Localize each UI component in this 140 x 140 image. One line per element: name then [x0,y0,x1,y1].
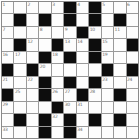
clue-number: 3 [52,2,55,7]
cell-r11c2[interactable] [14,127,25,138]
cell-r10c9[interactable] [102,114,113,125]
clue-number: 32 [52,114,57,119]
cell-r5c9[interactable]: 19 [102,52,113,63]
clue-number: 31 [77,102,82,107]
block-cell-r7c4 [39,77,50,88]
cell-r4c7[interactable]: 14 [77,39,88,50]
cell-r3c4[interactable]: 8 [39,27,50,38]
cell-r8c8[interactable]: 28 [89,89,100,100]
cell-r11c8[interactable] [89,127,100,138]
block-cell-r4c8 [89,39,100,50]
cell-r10c11[interactable] [127,114,138,125]
clue-number: 7 [3,27,6,32]
cell-r10c3[interactable] [27,114,38,125]
cell-r4c10[interactable] [114,39,125,50]
clue-number: 12 [27,39,32,44]
clue-number: 17 [15,52,20,57]
cell-r7c2[interactable] [14,77,25,88]
cell-r11c3[interactable] [27,127,38,138]
cell-r1c10[interactable] [114,2,125,13]
clue-number: 9 [65,27,68,32]
cell-r2c9[interactable] [102,14,113,25]
cell-r5c10[interactable] [114,52,125,63]
cell-r11c5[interactable] [52,127,63,138]
cell-r5c11[interactable] [127,52,138,63]
cell-r1c5[interactable]: 3 [52,2,63,13]
block-cell-r10c2 [14,114,25,125]
cell-r1c9[interactable]: 5 [102,2,113,13]
clue-number: 27 [65,89,70,94]
block-cell-r1c6 [64,2,75,13]
block-cell-r4c11 [127,39,138,50]
clue-number: 29 [3,102,8,107]
cell-r10c1[interactable] [2,114,13,125]
block-cell-r3c7 [77,27,88,38]
clue-number: 30 [65,102,70,107]
clue-number: 11 [115,27,120,32]
cell-r3c2[interactable] [14,27,25,38]
clue-number: 20 [40,64,45,69]
cell-r8c9[interactable] [102,89,113,100]
block-cell-r5c4 [39,52,50,63]
block-cell-r6c3 [27,64,38,75]
cell-r4c4[interactable] [39,39,50,50]
cell-r8c6[interactable]: 27 [64,89,75,100]
cell-r1c4[interactable] [39,2,50,13]
block-cell-r6c9 [102,64,113,75]
block-cell-r4c5 [52,39,63,50]
block-cell-r10c10 [114,114,125,125]
block-cell-r6c11 [127,64,138,75]
clue-number: 14 [77,39,82,44]
clue-number: 8 [40,27,43,32]
cell-r7c7[interactable] [77,77,88,88]
block-cell-r11c4 [39,127,50,138]
cell-r6c7[interactable] [77,64,88,75]
clue-number: 1 [3,2,6,7]
cell-r5c3[interactable] [27,52,38,63]
cell-r7c1[interactable]: 21 [2,77,13,88]
block-cell-r8c7 [77,89,88,100]
block-cell-r1c8 [89,2,100,13]
block-cell-r10c6 [64,114,75,125]
cell-r6c2[interactable] [14,64,25,75]
cell-r8c11[interactable] [127,89,138,100]
cell-r8c3[interactable] [27,89,38,100]
block-cell-r9c5 [52,102,63,113]
block-cell-r4c2 [14,39,25,50]
cell-r5c1[interactable]: 16 [2,52,13,63]
cell-r3c9[interactable] [102,27,113,38]
clue-number: 5 [102,2,105,7]
cell-r9c1[interactable]: 29 [2,102,13,113]
cell-r6c5[interactable] [52,64,63,75]
cell-r3c8[interactable]: 10 [89,27,100,38]
cell-r9c2[interactable] [14,102,25,113]
block-cell-r7c6 [64,77,75,88]
cell-r11c9[interactable] [102,127,113,138]
cell-r1c3[interactable]: 2 [27,2,38,13]
cell-r5c2[interactable]: 17 [14,52,25,63]
clue-number: 25 [15,89,20,94]
clue-number: 10 [90,27,95,32]
cell-r10c7[interactable] [77,114,88,125]
clue-number: 28 [90,89,95,94]
cell-r3c10[interactable]: 11 [114,27,125,38]
cell-r7c3[interactable]: 22 [27,77,38,88]
block-cell-r5c6 [64,52,75,63]
cell-r7c11[interactable]: 24 [127,77,138,88]
cell-r9c6[interactable]: 30 [64,102,75,113]
block-cell-r10c4 [39,114,50,125]
cell-r11c7[interactable]: 34 [77,127,88,138]
cell-r9c8[interactable] [89,102,100,113]
block-cell-r6c1 [2,64,13,75]
cell-r11c11[interactable] [127,127,138,138]
cell-r1c1[interactable]: 1 [2,2,13,13]
cell-r4c6[interactable]: 13 [64,39,75,50]
cell-r3c11[interactable] [127,27,138,38]
clue-number: 26 [52,89,57,94]
clue-number: 6 [127,2,130,7]
cell-r9c9[interactable] [102,102,113,113]
cell-r6c6[interactable] [64,64,75,75]
clue-number: 34 [77,127,82,132]
clue-number: 2 [27,2,30,7]
cell-r3c3[interactable] [27,27,38,38]
cell-r7c10[interactable] [114,77,125,88]
clue-number: 13 [65,39,70,44]
clue-number: 16 [3,52,8,57]
cell-r2c1[interactable] [2,14,13,25]
cell-r3c5[interactable] [52,27,63,38]
block-cell-r8c4 [39,89,50,100]
cell-r7c9[interactable]: 23 [102,77,113,88]
clue-number: 22 [27,77,32,82]
cell-r2c11[interactable] [127,14,138,25]
cell-r4c9[interactable]: 15 [102,39,113,50]
block-cell-r8c1 [2,89,13,100]
block-cell-r2c6 [64,14,75,25]
cell-r2c3[interactable] [27,14,38,25]
cell-r3c1[interactable]: 7 [2,27,13,38]
clue-number: 4 [77,2,80,7]
cell-r1c7[interactable]: 4 [77,2,88,13]
clue-number: 33 [3,127,8,132]
block-cell-r11c6 [64,127,75,138]
cell-r9c11[interactable] [127,102,138,113]
block-cell-r7c8 [89,77,100,88]
crossword-grid: 1234567891011121314151617181920212223242… [1,1,139,139]
cell-r4c1[interactable] [2,39,13,50]
block-cell-r2c10 [114,14,125,25]
cell-r5c7[interactable] [77,52,88,63]
cell-r7c5[interactable] [52,77,63,88]
clue-number: 18 [52,52,57,57]
cell-r9c3[interactable] [27,102,38,113]
clue-number: 21 [3,77,8,82]
cell-r10c5[interactable]: 32 [52,114,63,125]
cell-r8c5[interactable]: 26 [52,89,63,100]
cell-r4c3[interactable]: 12 [27,39,38,50]
cell-r6c8[interactable] [89,64,100,75]
clue-number: 24 [127,77,132,82]
block-cell-r2c8 [89,14,100,25]
cell-r9c4[interactable] [39,102,50,113]
block-cell-r5c8 [89,52,100,63]
cell-r1c2[interactable] [14,2,25,13]
block-cell-r10c8 [89,114,100,125]
cell-r11c1[interactable]: 33 [2,127,13,138]
clue-number: 23 [102,77,107,82]
clue-number: 19 [102,52,107,57]
block-cell-r8c10 [114,89,125,100]
block-cell-r2c2 [14,14,25,25]
cell-r9c10[interactable] [114,102,125,113]
cell-r6c4[interactable]: 20 [39,64,50,75]
cell-r8c2[interactable]: 25 [14,89,25,100]
clue-number: 15 [102,39,107,44]
cell-r9c7[interactable]: 31 [77,102,88,113]
cell-r2c7[interactable] [77,14,88,25]
cell-r1c11[interactable]: 6 [127,2,138,13]
cell-r3c6[interactable]: 9 [64,27,75,38]
cell-r5c5[interactable]: 18 [52,52,63,63]
cell-r6c10[interactable] [114,64,125,75]
cell-r2c5[interactable] [52,14,63,25]
block-cell-r2c4 [39,14,50,25]
cell-r11c10[interactable] [114,127,125,138]
